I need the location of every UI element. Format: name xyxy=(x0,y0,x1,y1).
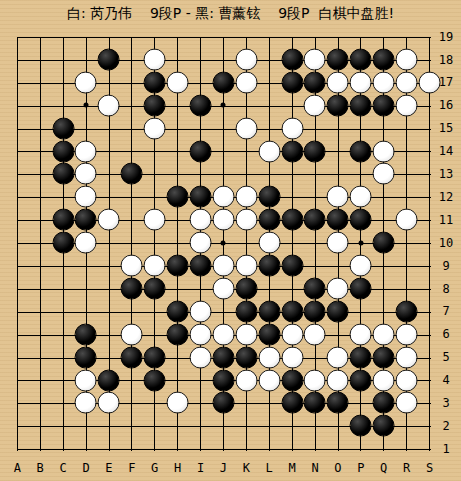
intersection-R1[interactable] xyxy=(395,437,418,460)
intersection-R18[interactable] xyxy=(395,48,418,71)
intersection-B10[interactable] xyxy=(29,231,52,254)
intersection-P18[interactable] xyxy=(349,48,372,71)
intersection-C9[interactable] xyxy=(52,254,75,277)
intersection-B18[interactable] xyxy=(29,48,52,71)
intersection-M13[interactable] xyxy=(281,163,304,186)
intersection-P13[interactable] xyxy=(349,163,372,186)
intersection-K17[interactable] xyxy=(235,71,258,94)
intersection-M5[interactable] xyxy=(281,346,304,369)
intersection-I9[interactable] xyxy=(189,254,212,277)
intersection-M7[interactable] xyxy=(281,300,304,323)
intersection-M9[interactable] xyxy=(281,254,304,277)
intersection-H7[interactable] xyxy=(166,300,189,323)
intersection-I13[interactable] xyxy=(189,163,212,186)
intersection-H16[interactable] xyxy=(166,94,189,117)
intersection-F5[interactable] xyxy=(120,346,143,369)
intersection-D5[interactable] xyxy=(75,346,98,369)
intersection-G19[interactable] xyxy=(143,25,166,48)
intersection-S7[interactable] xyxy=(418,300,441,323)
intersection-F4[interactable] xyxy=(120,369,143,392)
intersection-S8[interactable] xyxy=(418,277,441,300)
intersection-O11[interactable] xyxy=(326,208,349,231)
intersection-O10[interactable] xyxy=(326,231,349,254)
intersection-M11[interactable] xyxy=(281,208,304,231)
intersection-K5[interactable] xyxy=(235,346,258,369)
intersection-C1[interactable] xyxy=(52,437,75,460)
intersection-D18[interactable] xyxy=(75,48,98,71)
intersection-R19[interactable] xyxy=(395,25,418,48)
intersection-F3[interactable] xyxy=(120,392,143,415)
intersection-I12[interactable] xyxy=(189,185,212,208)
intersection-I7[interactable] xyxy=(189,300,212,323)
intersection-C10[interactable] xyxy=(52,231,75,254)
intersection-M2[interactable] xyxy=(281,414,304,437)
intersection-M19[interactable] xyxy=(281,25,304,48)
intersection-E10[interactable] xyxy=(97,231,120,254)
intersection-E13[interactable] xyxy=(97,163,120,186)
intersection-F8[interactable] xyxy=(120,277,143,300)
intersection-A8[interactable] xyxy=(6,277,29,300)
intersection-J8[interactable] xyxy=(212,277,235,300)
intersection-O17[interactable] xyxy=(326,71,349,94)
intersection-A6[interactable] xyxy=(6,323,29,346)
intersection-J13[interactable] xyxy=(212,163,235,186)
intersection-K3[interactable] xyxy=(235,392,258,415)
intersection-M8[interactable] xyxy=(281,277,304,300)
intersection-P15[interactable] xyxy=(349,117,372,140)
intersection-C12[interactable] xyxy=(52,185,75,208)
intersection-E2[interactable] xyxy=(97,414,120,437)
intersection-I18[interactable] xyxy=(189,48,212,71)
intersection-O4[interactable] xyxy=(326,369,349,392)
intersection-E1[interactable] xyxy=(97,437,120,460)
intersection-J10[interactable] xyxy=(212,231,235,254)
intersection-J9[interactable] xyxy=(212,254,235,277)
intersection-L12[interactable] xyxy=(258,185,281,208)
intersection-J19[interactable] xyxy=(212,25,235,48)
intersection-A9[interactable] xyxy=(6,254,29,277)
intersection-H1[interactable] xyxy=(166,437,189,460)
intersection-F7[interactable] xyxy=(120,300,143,323)
intersection-P16[interactable] xyxy=(349,94,372,117)
intersection-I15[interactable] xyxy=(189,117,212,140)
intersection-G11[interactable] xyxy=(143,208,166,231)
intersection-L19[interactable] xyxy=(258,25,281,48)
intersection-L6[interactable] xyxy=(258,323,281,346)
intersection-A12[interactable] xyxy=(6,185,29,208)
intersection-Q14[interactable] xyxy=(372,140,395,163)
intersection-R15[interactable] xyxy=(395,117,418,140)
intersection-H17[interactable] xyxy=(166,71,189,94)
intersection-E5[interactable] xyxy=(97,346,120,369)
intersection-L9[interactable] xyxy=(258,254,281,277)
intersection-J7[interactable] xyxy=(212,300,235,323)
intersection-R12[interactable] xyxy=(395,185,418,208)
intersection-D2[interactable] xyxy=(75,414,98,437)
intersection-P17[interactable] xyxy=(349,71,372,94)
intersection-A13[interactable] xyxy=(6,163,29,186)
intersection-G16[interactable] xyxy=(143,94,166,117)
intersection-S10[interactable] xyxy=(418,231,441,254)
intersection-M15[interactable] xyxy=(281,117,304,140)
intersection-K13[interactable] xyxy=(235,163,258,186)
intersection-E9[interactable] xyxy=(97,254,120,277)
intersection-P7[interactable] xyxy=(349,300,372,323)
intersection-O9[interactable] xyxy=(326,254,349,277)
intersection-G5[interactable] xyxy=(143,346,166,369)
intersection-A14[interactable] xyxy=(6,140,29,163)
intersection-Q17[interactable] xyxy=(372,71,395,94)
intersection-L3[interactable] xyxy=(258,392,281,415)
intersection-L11[interactable] xyxy=(258,208,281,231)
intersection-P19[interactable] xyxy=(349,25,372,48)
intersection-K16[interactable] xyxy=(235,94,258,117)
intersection-N3[interactable] xyxy=(304,392,327,415)
intersection-H15[interactable] xyxy=(166,117,189,140)
intersection-F14[interactable] xyxy=(120,140,143,163)
intersection-G6[interactable] xyxy=(143,323,166,346)
intersection-R2[interactable] xyxy=(395,414,418,437)
intersection-F1[interactable] xyxy=(120,437,143,460)
intersection-B14[interactable] xyxy=(29,140,52,163)
intersection-S5[interactable] xyxy=(418,346,441,369)
intersection-R11[interactable] xyxy=(395,208,418,231)
intersection-E16[interactable] xyxy=(97,94,120,117)
intersection-Q10[interactable] xyxy=(372,231,395,254)
intersection-A17[interactable] xyxy=(6,71,29,94)
intersection-D1[interactable] xyxy=(75,437,98,460)
intersection-M14[interactable] xyxy=(281,140,304,163)
intersection-S17[interactable] xyxy=(418,71,441,94)
intersection-S4[interactable] xyxy=(418,369,441,392)
intersection-I8[interactable] xyxy=(189,277,212,300)
intersection-B4[interactable] xyxy=(29,369,52,392)
intersection-O19[interactable] xyxy=(326,25,349,48)
intersection-P2[interactable] xyxy=(349,414,372,437)
intersection-I14[interactable] xyxy=(189,140,212,163)
intersection-K8[interactable] xyxy=(235,277,258,300)
intersection-R6[interactable] xyxy=(395,323,418,346)
intersection-L10[interactable] xyxy=(258,231,281,254)
intersection-J14[interactable] xyxy=(212,140,235,163)
intersection-R10[interactable] xyxy=(395,231,418,254)
intersection-F6[interactable] xyxy=(120,323,143,346)
intersection-J3[interactable] xyxy=(212,392,235,415)
intersection-J5[interactable] xyxy=(212,346,235,369)
intersection-O16[interactable] xyxy=(326,94,349,117)
intersection-P1[interactable] xyxy=(349,437,372,460)
intersection-R5[interactable] xyxy=(395,346,418,369)
intersection-R13[interactable] xyxy=(395,163,418,186)
intersection-K12[interactable] xyxy=(235,185,258,208)
intersection-B17[interactable] xyxy=(29,71,52,94)
intersection-P8[interactable] xyxy=(349,277,372,300)
intersection-D15[interactable] xyxy=(75,117,98,140)
intersection-D8[interactable] xyxy=(75,277,98,300)
intersection-S12[interactable] xyxy=(418,185,441,208)
intersection-H5[interactable] xyxy=(166,346,189,369)
intersection-H4[interactable] xyxy=(166,369,189,392)
intersection-Q13[interactable] xyxy=(372,163,395,186)
intersection-C11[interactable] xyxy=(52,208,75,231)
intersection-C3[interactable] xyxy=(52,392,75,415)
intersection-N17[interactable] xyxy=(304,71,327,94)
intersection-Q6[interactable] xyxy=(372,323,395,346)
intersection-N1[interactable] xyxy=(304,437,327,460)
intersection-K18[interactable] xyxy=(235,48,258,71)
intersection-K11[interactable] xyxy=(235,208,258,231)
intersection-C18[interactable] xyxy=(52,48,75,71)
intersection-Q15[interactable] xyxy=(372,117,395,140)
intersection-J2[interactable] xyxy=(212,414,235,437)
intersection-G10[interactable] xyxy=(143,231,166,254)
intersection-C17[interactable] xyxy=(52,71,75,94)
intersection-G7[interactable] xyxy=(143,300,166,323)
intersection-K7[interactable] xyxy=(235,300,258,323)
intersection-F13[interactable] xyxy=(120,163,143,186)
intersection-I2[interactable] xyxy=(189,414,212,437)
intersection-D12[interactable] xyxy=(75,185,98,208)
intersection-O7[interactable] xyxy=(326,300,349,323)
intersection-A16[interactable] xyxy=(6,94,29,117)
intersection-O18[interactable] xyxy=(326,48,349,71)
intersection-J12[interactable] xyxy=(212,185,235,208)
intersection-J1[interactable] xyxy=(212,437,235,460)
intersection-B5[interactable] xyxy=(29,346,52,369)
intersection-L16[interactable] xyxy=(258,94,281,117)
intersection-D7[interactable] xyxy=(75,300,98,323)
intersection-B3[interactable] xyxy=(29,392,52,415)
intersection-I10[interactable] xyxy=(189,231,212,254)
intersection-R8[interactable] xyxy=(395,277,418,300)
intersection-M18[interactable] xyxy=(281,48,304,71)
intersection-R16[interactable] xyxy=(395,94,418,117)
intersection-D6[interactable] xyxy=(75,323,98,346)
intersection-H2[interactable] xyxy=(166,414,189,437)
intersection-J16[interactable] xyxy=(212,94,235,117)
intersection-N14[interactable] xyxy=(304,140,327,163)
intersection-I3[interactable] xyxy=(189,392,212,415)
intersection-D4[interactable] xyxy=(75,369,98,392)
intersection-H11[interactable] xyxy=(166,208,189,231)
intersection-G1[interactable] xyxy=(143,437,166,460)
intersection-E19[interactable] xyxy=(97,25,120,48)
intersection-C13[interactable] xyxy=(52,163,75,186)
intersection-R4[interactable] xyxy=(395,369,418,392)
intersection-L4[interactable] xyxy=(258,369,281,392)
intersection-Q5[interactable] xyxy=(372,346,395,369)
intersection-G14[interactable] xyxy=(143,140,166,163)
intersection-J15[interactable] xyxy=(212,117,235,140)
intersection-H12[interactable] xyxy=(166,185,189,208)
intersection-Q12[interactable] xyxy=(372,185,395,208)
intersection-S19[interactable] xyxy=(418,25,441,48)
intersection-M10[interactable] xyxy=(281,231,304,254)
intersection-H14[interactable] xyxy=(166,140,189,163)
intersection-H13[interactable] xyxy=(166,163,189,186)
intersection-D3[interactable] xyxy=(75,392,98,415)
intersection-A5[interactable] xyxy=(6,346,29,369)
intersection-E3[interactable] xyxy=(97,392,120,415)
intersection-Q16[interactable] xyxy=(372,94,395,117)
intersection-M1[interactable] xyxy=(281,437,304,460)
intersection-D10[interactable] xyxy=(75,231,98,254)
intersection-A10[interactable] xyxy=(6,231,29,254)
intersection-N2[interactable] xyxy=(304,414,327,437)
intersection-G2[interactable] xyxy=(143,414,166,437)
intersection-N8[interactable] xyxy=(304,277,327,300)
intersection-G3[interactable] xyxy=(143,392,166,415)
intersection-D9[interactable] xyxy=(75,254,98,277)
intersection-C15[interactable] xyxy=(52,117,75,140)
intersection-G15[interactable] xyxy=(143,117,166,140)
intersection-M6[interactable] xyxy=(281,323,304,346)
intersection-B6[interactable] xyxy=(29,323,52,346)
intersection-A4[interactable] xyxy=(6,369,29,392)
intersection-I1[interactable] xyxy=(189,437,212,460)
intersection-A3[interactable] xyxy=(6,392,29,415)
intersection-I4[interactable] xyxy=(189,369,212,392)
intersection-Q11[interactable] xyxy=(372,208,395,231)
intersection-I11[interactable] xyxy=(189,208,212,231)
intersection-D14[interactable] xyxy=(75,140,98,163)
intersection-C2[interactable] xyxy=(52,414,75,437)
intersection-P3[interactable] xyxy=(349,392,372,415)
intersection-O8[interactable] xyxy=(326,277,349,300)
intersection-S3[interactable] xyxy=(418,392,441,415)
intersection-N4[interactable] xyxy=(304,369,327,392)
intersection-E15[interactable] xyxy=(97,117,120,140)
intersection-F11[interactable] xyxy=(120,208,143,231)
intersection-O12[interactable] xyxy=(326,185,349,208)
intersection-K14[interactable] xyxy=(235,140,258,163)
intersection-B13[interactable] xyxy=(29,163,52,186)
intersection-J6[interactable] xyxy=(212,323,235,346)
intersection-M12[interactable] xyxy=(281,185,304,208)
intersection-P9[interactable] xyxy=(349,254,372,277)
intersection-R9[interactable] xyxy=(395,254,418,277)
intersection-D13[interactable] xyxy=(75,163,98,186)
intersection-N13[interactable] xyxy=(304,163,327,186)
intersection-Q3[interactable] xyxy=(372,392,395,415)
intersection-L17[interactable] xyxy=(258,71,281,94)
intersection-A15[interactable] xyxy=(6,117,29,140)
intersection-N19[interactable] xyxy=(304,25,327,48)
intersection-Q4[interactable] xyxy=(372,369,395,392)
intersection-A2[interactable] xyxy=(6,414,29,437)
intersection-R17[interactable] xyxy=(395,71,418,94)
intersection-S14[interactable] xyxy=(418,140,441,163)
intersection-B19[interactable] xyxy=(29,25,52,48)
intersection-S18[interactable] xyxy=(418,48,441,71)
intersection-J17[interactable] xyxy=(212,71,235,94)
intersection-P12[interactable] xyxy=(349,185,372,208)
intersection-A1[interactable] xyxy=(6,437,29,460)
intersection-F19[interactable] xyxy=(120,25,143,48)
intersection-G17[interactable] xyxy=(143,71,166,94)
intersection-I17[interactable] xyxy=(189,71,212,94)
intersection-O5[interactable] xyxy=(326,346,349,369)
intersection-L1[interactable] xyxy=(258,437,281,460)
intersection-N16[interactable] xyxy=(304,94,327,117)
intersection-G9[interactable] xyxy=(143,254,166,277)
intersection-H18[interactable] xyxy=(166,48,189,71)
intersection-F2[interactable] xyxy=(120,414,143,437)
intersection-Q7[interactable] xyxy=(372,300,395,323)
intersection-F9[interactable] xyxy=(120,254,143,277)
intersection-C7[interactable] xyxy=(52,300,75,323)
intersection-M17[interactable] xyxy=(281,71,304,94)
intersection-J11[interactable] xyxy=(212,208,235,231)
intersection-L15[interactable] xyxy=(258,117,281,140)
intersection-N10[interactable] xyxy=(304,231,327,254)
intersection-B9[interactable] xyxy=(29,254,52,277)
intersection-F15[interactable] xyxy=(120,117,143,140)
intersection-F17[interactable] xyxy=(120,71,143,94)
intersection-N18[interactable] xyxy=(304,48,327,71)
intersection-M4[interactable] xyxy=(281,369,304,392)
intersection-D11[interactable] xyxy=(75,208,98,231)
intersection-Q19[interactable] xyxy=(372,25,395,48)
intersection-A18[interactable] xyxy=(6,48,29,71)
intersection-S11[interactable] xyxy=(418,208,441,231)
intersection-K6[interactable] xyxy=(235,323,258,346)
intersection-B1[interactable] xyxy=(29,437,52,460)
intersection-O3[interactable] xyxy=(326,392,349,415)
intersection-B7[interactable] xyxy=(29,300,52,323)
intersection-C19[interactable] xyxy=(52,25,75,48)
intersection-O1[interactable] xyxy=(326,437,349,460)
intersection-C16[interactable] xyxy=(52,94,75,117)
intersection-N12[interactable] xyxy=(304,185,327,208)
intersection-P6[interactable] xyxy=(349,323,372,346)
intersection-D17[interactable] xyxy=(75,71,98,94)
intersection-P5[interactable] xyxy=(349,346,372,369)
intersection-E12[interactable] xyxy=(97,185,120,208)
intersection-E6[interactable] xyxy=(97,323,120,346)
intersection-H3[interactable] xyxy=(166,392,189,415)
intersection-L13[interactable] xyxy=(258,163,281,186)
intersection-F16[interactable] xyxy=(120,94,143,117)
intersection-R14[interactable] xyxy=(395,140,418,163)
intersection-K4[interactable] xyxy=(235,369,258,392)
intersection-D16[interactable] xyxy=(75,94,98,117)
intersection-B11[interactable] xyxy=(29,208,52,231)
intersection-B15[interactable] xyxy=(29,117,52,140)
intersection-R3[interactable] xyxy=(395,392,418,415)
intersection-E17[interactable] xyxy=(97,71,120,94)
intersection-R7[interactable] xyxy=(395,300,418,323)
intersection-I19[interactable] xyxy=(189,25,212,48)
intersection-S1[interactable] xyxy=(418,437,441,460)
intersection-N5[interactable] xyxy=(304,346,327,369)
intersection-E18[interactable] xyxy=(97,48,120,71)
intersection-E4[interactable] xyxy=(97,369,120,392)
intersection-N7[interactable] xyxy=(304,300,327,323)
intersection-S15[interactable] xyxy=(418,117,441,140)
intersection-S6[interactable] xyxy=(418,323,441,346)
intersection-E8[interactable] xyxy=(97,277,120,300)
intersection-G13[interactable] xyxy=(143,163,166,186)
intersection-Q1[interactable] xyxy=(372,437,395,460)
intersection-Q9[interactable] xyxy=(372,254,395,277)
intersection-N6[interactable] xyxy=(304,323,327,346)
intersection-L7[interactable] xyxy=(258,300,281,323)
intersection-L5[interactable] xyxy=(258,346,281,369)
intersection-N15[interactable] xyxy=(304,117,327,140)
intersection-B12[interactable] xyxy=(29,185,52,208)
intersection-I6[interactable] xyxy=(189,323,212,346)
